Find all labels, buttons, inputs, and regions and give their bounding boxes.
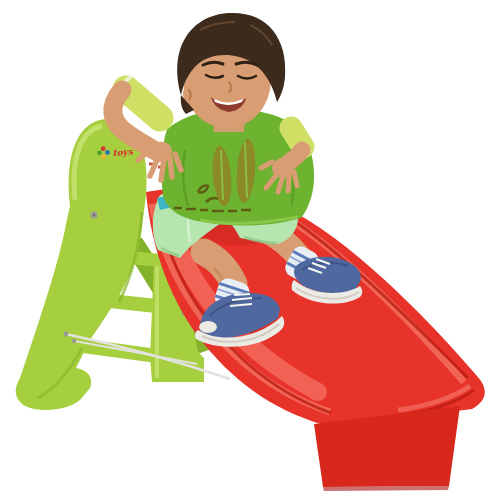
left-sleeve [126,89,160,118]
ladder-front: toys [16,119,147,410]
sneaker-toe-cap [199,321,217,333]
photo-canvas: toys [0,0,500,500]
logo-text: toys [112,147,134,158]
ladder-front-panel [16,119,147,410]
cord-fitting [64,332,69,337]
cord-fitting [72,339,76,343]
product-photo: toys [0,0,500,500]
screw-center [93,214,96,217]
child [113,13,362,347]
